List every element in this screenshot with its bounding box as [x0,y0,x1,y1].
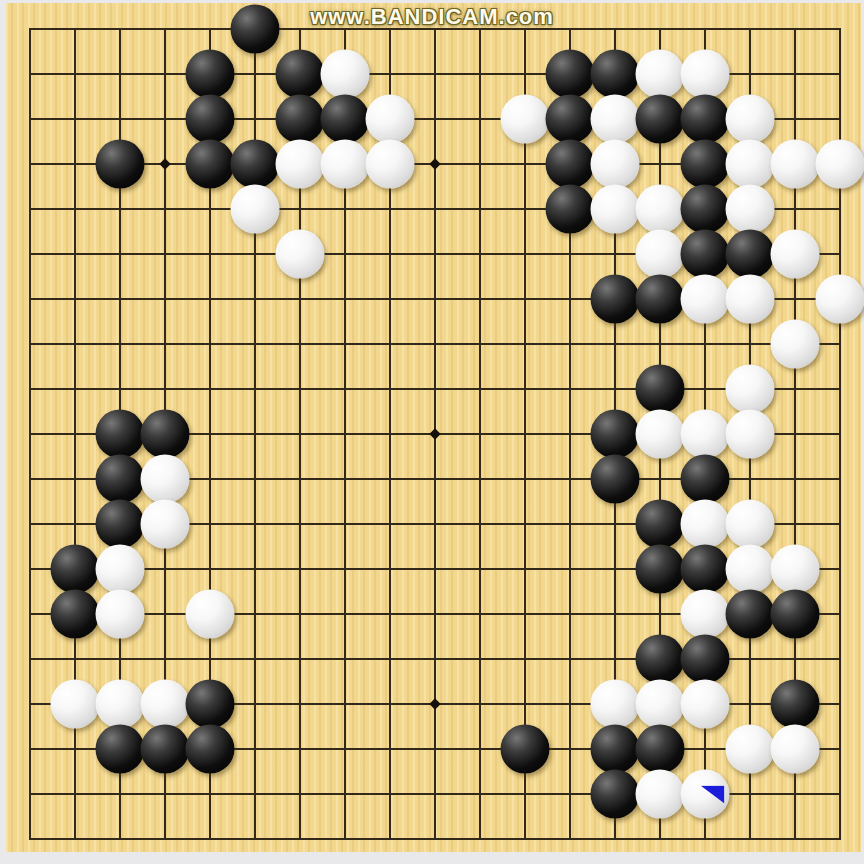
board-intersection[interactable] [143,502,188,547]
board-intersection[interactable] [98,772,143,817]
board-intersection[interactable] [593,817,638,862]
board-intersection[interactable] [368,232,413,277]
board-intersection[interactable] [503,322,548,367]
board-intersection[interactable] [503,187,548,232]
board-intersection[interactable] [8,772,53,817]
board-intersection[interactable] [413,592,458,637]
board-intersection[interactable] [638,187,683,232]
board-intersection[interactable] [323,187,368,232]
board-intersection[interactable] [278,637,323,682]
board-intersection[interactable] [98,277,143,322]
board-intersection[interactable] [638,817,683,862]
board-intersection[interactable] [593,187,638,232]
board-intersection[interactable] [728,682,773,727]
board-intersection[interactable] [143,142,188,187]
board-intersection[interactable] [278,817,323,862]
board-intersection[interactable] [143,637,188,682]
board-intersection[interactable] [773,682,818,727]
board-intersection[interactable] [53,682,98,727]
board-intersection[interactable] [368,322,413,367]
board-intersection[interactable] [773,412,818,457]
board-intersection[interactable] [818,547,863,592]
board-intersection[interactable] [773,232,818,277]
board-intersection[interactable] [323,592,368,637]
board-intersection[interactable] [233,547,278,592]
board-intersection[interactable] [818,367,863,412]
board-intersection[interactable] [8,97,53,142]
board-intersection[interactable] [413,412,458,457]
board-intersection[interactable] [728,232,773,277]
board-intersection[interactable] [593,637,638,682]
board-intersection[interactable] [98,187,143,232]
board-intersection[interactable] [368,682,413,727]
board-intersection[interactable] [593,322,638,367]
board-intersection[interactable] [638,232,683,277]
board-intersection[interactable] [98,502,143,547]
board-intersection[interactable] [8,52,53,97]
board-intersection[interactable] [458,727,503,772]
board-intersection[interactable] [773,367,818,412]
board-intersection[interactable] [818,772,863,817]
board-intersection[interactable] [548,547,593,592]
board-intersection[interactable] [188,682,233,727]
board-intersection[interactable] [548,457,593,502]
board-intersection[interactable] [368,637,413,682]
board-intersection[interactable] [8,232,53,277]
board-intersection[interactable] [188,322,233,367]
board-intersection[interactable] [548,817,593,862]
board-intersection[interactable] [638,727,683,772]
board-intersection[interactable] [503,457,548,502]
board-intersection[interactable] [413,727,458,772]
board-intersection[interactable] [323,727,368,772]
board-intersection[interactable] [323,277,368,322]
board-intersection[interactable] [593,547,638,592]
board-intersection[interactable] [413,322,458,367]
board-intersection[interactable] [638,277,683,322]
board-intersection[interactable] [233,412,278,457]
board-intersection[interactable] [98,97,143,142]
board-intersection[interactable] [53,322,98,367]
board-intersection[interactable] [413,367,458,412]
board-intersection[interactable] [233,682,278,727]
board-intersection[interactable] [818,502,863,547]
board-intersection[interactable] [593,232,638,277]
board-intersection[interactable] [188,187,233,232]
board-intersection[interactable] [818,457,863,502]
board-intersection[interactable] [593,52,638,97]
board-intersection[interactable] [503,367,548,412]
board-intersection[interactable] [53,187,98,232]
board-intersection[interactable] [413,637,458,682]
board-intersection[interactable] [188,52,233,97]
board-intersection[interactable] [368,277,413,322]
board-intersection[interactable] [638,52,683,97]
board-intersection[interactable] [458,412,503,457]
board-intersection[interactable] [728,772,773,817]
board-intersection[interactable] [323,637,368,682]
board-intersection[interactable] [503,412,548,457]
board-intersection[interactable] [8,682,53,727]
board-intersection[interactable] [593,502,638,547]
board-intersection[interactable] [368,457,413,502]
board-intersection[interactable] [773,322,818,367]
board-intersection[interactable] [683,502,728,547]
board-intersection[interactable] [548,232,593,277]
board-intersection[interactable] [368,547,413,592]
board-intersection[interactable] [728,142,773,187]
board-intersection[interactable] [593,277,638,322]
board-intersection[interactable] [188,277,233,322]
board-intersection[interactable] [638,97,683,142]
board-intersection[interactable] [53,412,98,457]
board-intersection[interactable] [728,322,773,367]
board-intersection[interactable] [818,142,863,187]
board-intersection[interactable] [773,277,818,322]
board-intersection[interactable] [278,772,323,817]
board-intersection[interactable] [53,457,98,502]
board-intersection[interactable] [188,97,233,142]
board-intersection[interactable] [368,817,413,862]
board-intersection[interactable] [548,772,593,817]
board-intersection[interactable] [458,232,503,277]
board-intersection[interactable] [638,637,683,682]
board-intersection[interactable] [233,772,278,817]
board-intersection[interactable] [458,457,503,502]
board-intersection[interactable] [683,52,728,97]
board-intersection[interactable] [233,367,278,412]
board-intersection[interactable] [278,682,323,727]
board-intersection[interactable] [98,412,143,457]
board-intersection[interactable] [278,727,323,772]
board-intersection[interactable] [98,457,143,502]
board-intersection[interactable] [413,457,458,502]
board-intersection[interactable] [143,547,188,592]
board-intersection[interactable] [728,637,773,682]
board-intersection[interactable] [458,367,503,412]
board-intersection[interactable] [503,277,548,322]
board-intersection[interactable] [458,547,503,592]
board-intersection[interactable] [233,637,278,682]
board-intersection[interactable] [593,772,638,817]
board-intersection[interactable] [593,592,638,637]
board-intersection[interactable] [143,817,188,862]
board-intersection[interactable] [593,457,638,502]
board-intersection[interactable] [278,367,323,412]
board-intersection[interactable] [8,637,53,682]
board-intersection[interactable] [728,457,773,502]
board-intersection[interactable] [53,367,98,412]
board-intersection[interactable] [323,772,368,817]
board-intersection[interactable] [53,142,98,187]
board-intersection[interactable] [548,52,593,97]
board-intersection[interactable] [278,142,323,187]
board-intersection[interactable] [728,592,773,637]
board-intersection[interactable] [143,52,188,97]
board-intersection[interactable] [143,187,188,232]
board-intersection[interactable] [818,592,863,637]
board-intersection[interactable] [368,592,413,637]
board-intersection[interactable] [773,97,818,142]
board-intersection[interactable] [683,412,728,457]
board-intersection[interactable] [98,52,143,97]
board-intersection[interactable] [728,97,773,142]
board-intersection[interactable] [818,817,863,862]
board-intersection[interactable] [683,817,728,862]
board-intersection[interactable] [458,52,503,97]
board-intersection[interactable] [323,412,368,457]
board-intersection[interactable] [413,232,458,277]
board-intersection[interactable] [503,637,548,682]
board-intersection[interactable] [368,367,413,412]
board-intersection[interactable] [143,277,188,322]
board-intersection[interactable] [188,367,233,412]
board-intersection[interactable] [818,52,863,97]
board-intersection[interactable] [413,277,458,322]
board-intersection[interactable] [323,682,368,727]
board-intersection[interactable] [773,547,818,592]
board-intersection[interactable] [323,142,368,187]
board-intersection[interactable] [593,367,638,412]
board-intersection[interactable] [188,772,233,817]
board-intersection[interactable] [683,682,728,727]
board-intersection[interactable] [818,682,863,727]
board-intersection[interactable] [593,682,638,727]
board-intersection[interactable] [323,502,368,547]
board-intersection[interactable] [98,142,143,187]
board-intersection[interactable] [548,367,593,412]
board-intersection[interactable] [548,322,593,367]
board-intersection[interactable] [773,457,818,502]
board-intersection[interactable] [548,277,593,322]
board-intersection[interactable] [53,547,98,592]
board-intersection[interactable] [143,592,188,637]
board-intersection[interactable] [188,547,233,592]
board-intersection[interactable] [98,322,143,367]
board-intersection[interactable] [8,412,53,457]
board-intersection[interactable] [143,322,188,367]
board-intersection[interactable] [233,187,278,232]
board-intersection[interactable] [683,367,728,412]
board-intersection[interactable] [818,322,863,367]
board-intersection[interactable] [413,682,458,727]
board-intersection[interactable] [233,142,278,187]
board-intersection[interactable] [413,547,458,592]
board-intersection[interactable] [683,232,728,277]
board-intersection[interactable] [368,142,413,187]
board-intersection[interactable] [638,457,683,502]
board-intersection[interactable] [548,637,593,682]
board-intersection[interactable] [773,142,818,187]
board-intersection[interactable] [683,727,728,772]
board-intersection[interactable] [638,772,683,817]
board-intersection[interactable] [503,502,548,547]
board-intersection[interactable] [458,97,503,142]
board-intersection[interactable] [143,232,188,277]
board-intersection[interactable] [8,817,53,862]
board-intersection[interactable] [53,727,98,772]
board-intersection[interactable] [503,97,548,142]
board-intersection[interactable] [233,817,278,862]
board-intersection[interactable] [638,502,683,547]
board-intersection[interactable] [818,727,863,772]
board-intersection[interactable] [278,232,323,277]
board-intersection[interactable] [548,187,593,232]
board-intersection[interactable] [8,457,53,502]
board-intersection[interactable] [413,52,458,97]
board-intersection[interactable] [503,727,548,772]
board-intersection[interactable] [278,547,323,592]
board-intersection[interactable] [728,817,773,862]
board-intersection[interactable] [233,592,278,637]
board-intersection[interactable] [143,772,188,817]
board-intersection[interactable] [368,97,413,142]
board-intersection[interactable] [188,592,233,637]
board-intersection[interactable] [773,727,818,772]
board-intersection[interactable] [143,727,188,772]
board-intersection[interactable] [188,232,233,277]
board-intersection[interactable] [8,187,53,232]
board-intersection[interactable] [683,97,728,142]
board-intersection[interactable] [53,232,98,277]
board-intersection[interactable] [593,97,638,142]
board-intersection[interactable] [683,322,728,367]
board-intersection[interactable] [458,277,503,322]
board-intersection[interactable] [53,97,98,142]
board-intersection[interactable] [98,637,143,682]
board-intersection[interactable] [503,817,548,862]
board-intersection[interactable] [278,592,323,637]
board-intersection[interactable] [638,142,683,187]
board-intersection[interactable] [233,277,278,322]
board-intersection[interactable] [278,322,323,367]
board-intersection[interactable] [368,727,413,772]
board-intersection[interactable] [53,52,98,97]
board-intersection[interactable] [323,52,368,97]
board-intersection[interactable] [503,772,548,817]
board-intersection[interactable] [773,502,818,547]
board-intersection[interactable] [638,412,683,457]
board-intersection[interactable] [458,817,503,862]
board-intersection[interactable] [143,367,188,412]
board-intersection[interactable] [683,637,728,682]
board-intersection[interactable] [53,502,98,547]
board-intersection[interactable] [413,502,458,547]
board-intersection[interactable] [593,142,638,187]
board-intersection[interactable] [728,52,773,97]
board-intersection[interactable] [98,817,143,862]
board-intersection[interactable] [233,502,278,547]
board-intersection[interactable] [53,637,98,682]
board-intersection[interactable] [278,412,323,457]
board-intersection[interactable] [413,142,458,187]
board-intersection[interactable] [143,457,188,502]
board-intersection[interactable] [188,457,233,502]
board-intersection[interactable] [188,817,233,862]
board-intersection[interactable] [278,502,323,547]
board-intersection[interactable] [368,502,413,547]
board-intersection[interactable] [323,367,368,412]
board-intersection[interactable] [548,142,593,187]
board-intersection[interactable] [728,412,773,457]
board-intersection[interactable] [503,592,548,637]
board-intersection[interactable] [683,277,728,322]
board-intersection[interactable] [548,412,593,457]
board-intersection[interactable] [323,232,368,277]
board-intersection[interactable] [728,502,773,547]
board-intersection[interactable] [773,637,818,682]
board-intersection[interactable] [683,187,728,232]
board-intersection[interactable] [548,97,593,142]
board-intersection[interactable] [188,727,233,772]
board-intersection[interactable] [638,547,683,592]
board-intersection[interactable] [98,682,143,727]
board-intersection[interactable] [53,277,98,322]
board-intersection[interactable] [98,592,143,637]
board-intersection[interactable] [8,592,53,637]
board-intersection[interactable] [8,322,53,367]
board-intersection[interactable] [8,367,53,412]
board-intersection[interactable] [98,727,143,772]
board-intersection[interactable] [458,187,503,232]
board-intersection[interactable] [818,412,863,457]
board-intersection[interactable] [818,97,863,142]
board-intersection[interactable] [413,817,458,862]
board-intersection[interactable] [458,322,503,367]
board-intersection[interactable] [323,97,368,142]
board-intersection[interactable] [638,682,683,727]
board-intersection[interactable] [233,727,278,772]
board-intersection[interactable] [503,232,548,277]
board-intersection[interactable] [143,682,188,727]
board-intersection[interactable] [458,637,503,682]
board-intersection[interactable] [773,592,818,637]
board-intersection[interactable] [323,322,368,367]
board-intersection[interactable] [233,322,278,367]
board-intersection[interactable] [278,277,323,322]
board-intersection[interactable] [278,97,323,142]
board-intersection[interactable] [368,772,413,817]
board-intersection[interactable] [98,367,143,412]
board-intersection[interactable] [683,772,728,817]
board-intersection[interactable] [638,367,683,412]
board-intersection[interactable] [683,592,728,637]
board-intersection[interactable] [728,187,773,232]
board-intersection[interactable] [773,772,818,817]
board-intersection[interactable] [323,547,368,592]
board-intersection[interactable] [8,277,53,322]
board-intersection[interactable] [368,52,413,97]
board-intersection[interactable] [323,817,368,862]
board-intersection[interactable] [458,682,503,727]
board-intersection[interactable] [773,52,818,97]
board-intersection[interactable] [503,682,548,727]
board-intersection[interactable] [773,187,818,232]
board-intersection[interactable] [638,592,683,637]
board-intersection[interactable] [413,97,458,142]
board-intersection[interactable] [188,637,233,682]
board-intersection[interactable] [188,142,233,187]
board-intersection[interactable] [593,412,638,457]
go-board[interactable] [8,7,863,862]
board-intersection[interactable] [728,547,773,592]
board-intersection[interactable] [368,412,413,457]
board-intersection[interactable] [323,457,368,502]
board-intersection[interactable] [53,817,98,862]
board-intersection[interactable] [548,727,593,772]
board-intersection[interactable] [233,97,278,142]
board-intersection[interactable] [548,592,593,637]
